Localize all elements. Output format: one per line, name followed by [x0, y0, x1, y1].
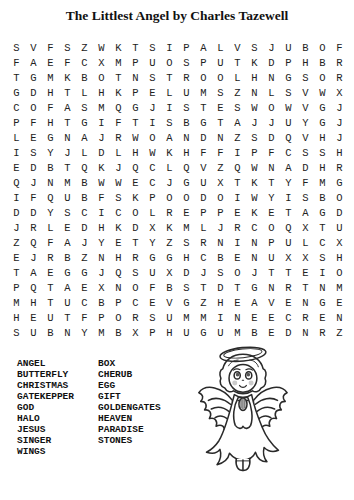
grid-cell-r11c1: I [8, 190, 25, 205]
grid-cell-r13c18: X [297, 220, 314, 235]
grid-cell-r12c2: D [25, 205, 42, 220]
grid-cell-r5c8: G [127, 100, 144, 115]
grid-cell-r1c5: Z [76, 40, 93, 55]
grid-cell-r6c4: T [59, 115, 76, 130]
grid-cell-r16c6: J [93, 265, 110, 280]
grid-cell-r13c17: Q [280, 220, 297, 235]
grid-cell-r14c8: T [127, 235, 144, 250]
grid-cell-r15c9: G [144, 250, 161, 265]
grid-cell-r10c16: T [263, 175, 280, 190]
grid-cell-r5c10: I [161, 100, 178, 115]
grid-cell-r11c11: O [178, 190, 195, 205]
grid-cell-r6c5: G [76, 115, 93, 130]
grid-cell-r18c20: E [331, 295, 348, 310]
grid-cell-r12c18: A [297, 205, 314, 220]
grid-cell-r7c15: S [246, 130, 263, 145]
grid-cell-r19c9: S [144, 310, 161, 325]
grid-cell-r2c15: K [246, 55, 263, 70]
grid-cell-r18c6: B [93, 295, 110, 310]
word-halo: HALO [17, 413, 74, 424]
grid-cell-r14c1: Z [8, 235, 25, 250]
grid-cell-r2c20: R [331, 55, 348, 70]
grid-cell-r10c12: U [195, 175, 212, 190]
grid-cell-r7c16: D [263, 130, 280, 145]
grid-cell-r19c8: R [127, 310, 144, 325]
grid-cell-r3c17: G [280, 70, 297, 85]
grid-cell-r19c18: R [297, 310, 314, 325]
grid-cell-r18c19: G [314, 295, 331, 310]
grid-cell-r3c7: T [110, 70, 127, 85]
grid-cell-r13c9: X [144, 220, 161, 235]
word-singer: SINGER [17, 435, 74, 446]
grid-cell-r3c6: O [93, 70, 110, 85]
grid-cell-r17c4: A [59, 280, 76, 295]
grid-cell-r12c15: K [246, 205, 263, 220]
grid-cell-r5c1: C [8, 100, 25, 115]
grid-cell-r7c9: O [144, 130, 161, 145]
grid-cell-r8c13: F [212, 145, 229, 160]
grid-cell-r18c1: M [8, 295, 25, 310]
grid-cell-r19c19: E [314, 310, 331, 325]
grid-cell-r1c12: A [195, 40, 212, 55]
grid-cell-r2c11: S [178, 55, 195, 70]
grid-cell-r6c3: H [42, 115, 59, 130]
grid-cell-r4c16: L [263, 85, 280, 100]
grid-cell-r6c11: B [178, 115, 195, 130]
grid-cell-r7c12: D [195, 130, 212, 145]
grid-cell-r6c20: J [331, 115, 348, 130]
grid-cell-r14c16: P [263, 235, 280, 250]
grid-cell-r1c9: S [144, 40, 161, 55]
grid-cell-r9c4: T [59, 160, 76, 175]
grid-cell-r8c20: H [331, 145, 348, 160]
grid-cell-r19c16: E [263, 310, 280, 325]
grid-cell-r20c14: M [229, 325, 246, 340]
grid-cell-r20c13: U [212, 325, 229, 340]
grid-cell-r9c20: R [331, 160, 348, 175]
grid-cell-r5c15: W [246, 100, 263, 115]
grid-cell-r3c2: G [25, 70, 42, 85]
grid-cell-r16c1: T [8, 265, 25, 280]
grid-cell-r10c10: J [161, 175, 178, 190]
grid-cell-r20c17: D [280, 325, 297, 340]
grid-cell-r9c10: L [161, 160, 178, 175]
grid-cell-r17c18: T [297, 280, 314, 295]
grid-cell-r13c7: K [110, 220, 127, 235]
grid-cell-r1c10: I [161, 40, 178, 55]
grid-cell-r17c19: N [314, 280, 331, 295]
grid-cell-r7c5: A [76, 130, 93, 145]
grid-cell-r4c4: T [59, 85, 76, 100]
grid-cell-r4c18: V [297, 85, 314, 100]
grid-cell-r5c7: Q [110, 100, 127, 115]
grid-cell-r2c2: A [25, 55, 42, 70]
grid-cell-r15c7: H [110, 250, 127, 265]
grid-cell-r11c13: O [212, 190, 229, 205]
grid-cell-r18c3: T [42, 295, 59, 310]
grid-cell-r15c20: H [331, 250, 348, 265]
grid-cell-r4c11: U [178, 85, 195, 100]
grid-cell-r10c19: M [314, 175, 331, 190]
grid-cell-r13c20: U [331, 220, 348, 235]
grid-cell-r19c5: F [76, 310, 93, 325]
grid-cell-r20c7: B [110, 325, 127, 340]
word-angel: ANGEL [17, 358, 74, 369]
grid-cell-r8c3: Y [42, 145, 59, 160]
grid-cell-r10c7: W [110, 175, 127, 190]
grid-cell-r20c12: G [195, 325, 212, 340]
grid-cell-r7c2: E [25, 130, 42, 145]
word-stones: STONES [98, 435, 161, 446]
grid-cell-r9c8: Q [127, 160, 144, 175]
grid-cell-r10c13: X [212, 175, 229, 190]
grid-cell-r15c12: C [195, 250, 212, 265]
grid-cell-r18c4: U [59, 295, 76, 310]
grid-cell-r12c4: S [59, 205, 76, 220]
grid-cell-r19c13: I [212, 310, 229, 325]
grid-cell-r13c15: C [246, 220, 263, 235]
grid-cell-r6c19: G [314, 115, 331, 130]
grid-cell-r3c8: N [127, 70, 144, 85]
grid-cell-r2c7: M [110, 55, 127, 70]
grid-cell-r11c18: S [297, 190, 314, 205]
grid-cell-r7c1: L [8, 130, 25, 145]
grid-cell-r14c11: S [178, 235, 195, 250]
grid-cell-r12c14: E [229, 205, 246, 220]
grid-cell-r1c2: V [25, 40, 42, 55]
grid-cell-r17c14: T [229, 280, 246, 295]
grid-cell-r14c3: F [42, 235, 59, 250]
grid-cell-r18c5: C [76, 295, 93, 310]
grid-cell-r9c12: V [195, 160, 212, 175]
grid-cell-r17c15: G [246, 280, 263, 295]
grid-cell-r8c1: I [8, 145, 25, 160]
grid-cell-r16c12: J [195, 265, 212, 280]
grid-cell-r3c5: B [76, 70, 93, 85]
grid-cell-r5c20: J [331, 100, 348, 115]
grid-cell-r11c4: U [59, 190, 76, 205]
grid-cell-r20c9: P [144, 325, 161, 340]
grid-cell-r13c11: M [178, 220, 195, 235]
word-box: BOX [98, 358, 161, 369]
grid-cell-r16c14: O [229, 265, 246, 280]
grid-cell-r4c17: S [280, 85, 297, 100]
grid-cell-r10c5: B [76, 175, 93, 190]
grid-cell-r6c17: U [280, 115, 297, 130]
grid-cell-r15c19: S [314, 250, 331, 265]
grid-cell-r14c13: N [212, 235, 229, 250]
grid-cell-r4c12: M [195, 85, 212, 100]
grid-cell-r4c20: X [331, 85, 348, 100]
grid-cell-r16c2: A [25, 265, 42, 280]
grid-cell-r15c18: X [297, 250, 314, 265]
grid-cell-r7c6: J [93, 130, 110, 145]
grid-cell-r18c15: A [246, 295, 263, 310]
grid-cell-r11c5: B [76, 190, 93, 205]
grid-cell-r14c10: Z [161, 235, 178, 250]
grid-cell-r5c11: S [178, 100, 195, 115]
grid-cell-r2c16: D [263, 55, 280, 70]
word-egg: EGG [98, 380, 161, 391]
grid-cell-r15c14: E [229, 250, 246, 265]
grid-cell-r13c1: J [8, 220, 25, 235]
grid-cell-r11c3: Q [42, 190, 59, 205]
grid-cell-r9c17: A [280, 160, 297, 175]
word-jesus: JESUS [17, 424, 74, 435]
grid-cell-r13c4: E [59, 220, 76, 235]
word-wings: WINGS [17, 446, 74, 457]
grid-cell-r12c6: I [93, 205, 110, 220]
grid-cell-r6c16: J [263, 115, 280, 130]
grid-cell-r12c1: D [8, 205, 25, 220]
grid-cell-r19c12: M [195, 310, 212, 325]
grid-cell-r2c14: T [229, 55, 246, 70]
grid-cell-r3c1: T [8, 70, 25, 85]
grid-cell-r5c16: O [263, 100, 280, 115]
grid-cell-r2c18: H [297, 55, 314, 70]
grid-cell-r13c14: R [229, 220, 246, 235]
grid-cell-r20c19: R [314, 325, 331, 340]
grid-cell-r20c8: X [127, 325, 144, 340]
grid-cell-r4c10: L [161, 85, 178, 100]
grid-cell-r14c7: E [110, 235, 127, 250]
grid-cell-r2c13: U [212, 55, 229, 70]
grid-cell-r4c9: E [144, 85, 161, 100]
grid-cell-r11c7: S [110, 190, 127, 205]
grid-cell-r17c9: F [144, 280, 161, 295]
grid-cell-r1c17: U [280, 40, 297, 55]
grid-cell-r16c9: U [144, 265, 161, 280]
grid-cell-r2c3: E [42, 55, 59, 70]
grid-cell-r14c14: I [229, 235, 246, 250]
grid-cell-r16c20: O [331, 265, 348, 280]
grid-cell-r14c15: N [246, 235, 263, 250]
grid-cell-r1c14: V [229, 40, 246, 55]
grid-cell-r2c4: F [59, 55, 76, 70]
grid-cell-r12c17: T [280, 205, 297, 220]
grid-cell-r13c16: O [263, 220, 280, 235]
grid-cell-r6c7: F [110, 115, 127, 130]
grid-cell-r14c18: L [297, 235, 314, 250]
grid-cell-r8c9: W [144, 145, 161, 160]
grid-cell-r9c16: N [263, 160, 280, 175]
grid-cell-r3c16: N [263, 70, 280, 85]
word-gift: GIFT [98, 391, 161, 402]
grid-cell-r15c17: X [280, 250, 297, 265]
grid-cell-r1c11: P [178, 40, 195, 55]
grid-cell-r17c1: P [8, 280, 25, 295]
grid-cell-r5c14: S [229, 100, 246, 115]
grid-cell-r16c17: T [280, 265, 297, 280]
grid-cell-r10c8: E [127, 175, 144, 190]
grid-cell-r9c9: C [144, 160, 161, 175]
grid-cell-r12c3: Y [42, 205, 59, 220]
grid-cell-r20c15: B [246, 325, 263, 340]
grid-cell-r15c15: N [246, 250, 263, 265]
grid-cell-r4c15: N [246, 85, 263, 100]
grid-cell-r10c17: Y [280, 175, 297, 190]
grid-cell-r6c12: G [195, 115, 212, 130]
grid-cell-r8c14: I [229, 145, 246, 160]
grid-cell-r11c19: B [314, 190, 331, 205]
grid-cell-r17c16: N [263, 280, 280, 295]
grid-cell-r10c2: J [25, 175, 42, 190]
grid-cell-r12c7: C [110, 205, 127, 220]
grid-cell-r17c6: X [93, 280, 110, 295]
grid-cell-r10c6: W [93, 175, 110, 190]
grid-cell-r1c3: F [42, 40, 59, 55]
word-search-worksheet: The Littlest Angel by Charles Tazewell S… [0, 0, 354, 500]
grid-cell-r15c10: G [161, 250, 178, 265]
grid-cell-r19c4: T [59, 310, 76, 325]
grid-cell-r19c15: E [246, 310, 263, 325]
grid-cell-r13c6: H [93, 220, 110, 235]
grid-cell-r2c12: P [195, 55, 212, 70]
grid-cell-r17c13: D [212, 280, 229, 295]
word-goldengates: GOLDENGATES [98, 402, 161, 413]
grid-cell-r8c5: L [76, 145, 93, 160]
grid-cell-r17c8: O [127, 280, 144, 295]
grid-cell-r15c13: B [212, 250, 229, 265]
grid-cell-r3c13: O [212, 70, 229, 85]
grid-cell-r6c2: F [25, 115, 42, 130]
grid-cell-r15c4: B [59, 250, 76, 265]
grid-cell-r15c3: R [42, 250, 59, 265]
grid-cell-r6c6: I [93, 115, 110, 130]
grid-cell-r14c17: U [280, 235, 297, 250]
grid-cell-r16c18: E [297, 265, 314, 280]
grid-cell-r10c14: T [229, 175, 246, 190]
grid-cell-r4c7: K [110, 85, 127, 100]
grid-cell-r18c13: H [212, 295, 229, 310]
grid-cell-r5c6: M [93, 100, 110, 115]
grid-cell-r13c5: D [76, 220, 93, 235]
grid-cell-r7c14: Z [229, 130, 246, 145]
grid-cell-r4c8: P [127, 85, 144, 100]
grid-cell-r17c12: T [195, 280, 212, 295]
grid-cell-r4c5: L [76, 85, 93, 100]
grid-cell-r12c13: P [212, 205, 229, 220]
grid-cell-r1c7: K [110, 40, 127, 55]
grid-cell-r16c11: D [178, 265, 195, 280]
grid-cell-r9c14: Q [229, 160, 246, 175]
grid-cell-r17c17: R [280, 280, 297, 295]
word-cherub: CHERUB [98, 369, 161, 380]
grid-cell-r11c9: P [144, 190, 161, 205]
grid-cell-r9c2: D [25, 160, 42, 175]
grid-cell-r12c10: R [161, 205, 178, 220]
grid-cell-r10c4: M [59, 175, 76, 190]
grid-cell-r11c15: W [246, 190, 263, 205]
grid-cell-r14c19: C [314, 235, 331, 250]
grid-cell-r20c1: S [8, 325, 25, 340]
grid-cell-r8c15: P [246, 145, 263, 160]
grid-cell-r20c11: U [178, 325, 195, 340]
grid-cell-r16c7: Q [110, 265, 127, 280]
grid-cell-r20c6: M [93, 325, 110, 340]
grid-cell-r1c20: F [331, 40, 348, 55]
grid-cell-r11c17: I [280, 190, 297, 205]
grid-cell-r7c3: G [42, 130, 59, 145]
grid-cell-r16c5: G [76, 265, 93, 280]
word-list-col1: ANGELBUTTERFLYCHRISTMASGATEKEPPERGODHALO… [17, 358, 74, 457]
grid-cell-r4c14: Z [229, 85, 246, 100]
grid-cell-r17c10: B [161, 280, 178, 295]
grid-cell-r17c5: E [76, 280, 93, 295]
grid-cell-r11c16: Y [263, 190, 280, 205]
grid-cell-r9c3: B [42, 160, 59, 175]
grid-cell-r1c6: W [93, 40, 110, 55]
grid-cell-r7c11: N [178, 130, 195, 145]
grid-cell-r12c9: L [144, 205, 161, 220]
grid-cell-r11c12: D [195, 190, 212, 205]
grid-cell-r13c8: D [127, 220, 144, 235]
grid-cell-r18c14: E [229, 295, 246, 310]
grid-cell-r11c20: O [331, 190, 348, 205]
grid-cell-r14c9: Y [144, 235, 161, 250]
grid-cell-r19c2: E [25, 310, 42, 325]
word-search-grid: SVFSZWKTSIPALVSJUBOFFAEFCXMPUOSPUTKDPHBR… [8, 40, 348, 340]
grid-cell-r5c5: S [76, 100, 93, 115]
angel-illustration [194, 342, 290, 478]
grid-cell-r16c10: X [161, 265, 178, 280]
grid-cell-r8c7: L [110, 145, 127, 160]
puzzle-title: The Littlest Angel by Charles Tazewell [0, 8, 354, 24]
grid-cell-r9c7: J [110, 160, 127, 175]
grid-cell-r12c8: O [127, 205, 144, 220]
grid-cell-r15c8: R [127, 250, 144, 265]
grid-cell-r8c16: F [263, 145, 280, 160]
grid-cell-r6c8: T [127, 115, 144, 130]
grid-cell-r20c18: N [297, 325, 314, 340]
grid-cell-r12c11: E [178, 205, 195, 220]
grid-cell-r12c5: C [76, 205, 93, 220]
grid-cell-r2c9: U [144, 55, 161, 70]
grid-cell-r14c5: J [76, 235, 93, 250]
angel-feet [236, 459, 250, 471]
grid-cell-r8c19: S [314, 145, 331, 160]
grid-cell-r8c11: H [178, 145, 195, 160]
grid-cell-r1c19: O [314, 40, 331, 55]
grid-cell-r2c5: C [76, 55, 93, 70]
grid-cell-r10c3: N [42, 175, 59, 190]
grid-cell-r6c10: S [161, 115, 178, 130]
grid-cell-r15c16: U [263, 250, 280, 265]
grid-cell-r20c16: E [263, 325, 280, 340]
grid-cell-r1c4: S [59, 40, 76, 55]
grid-cell-r3c9: S [144, 70, 161, 85]
grid-cell-r13c3: L [42, 220, 59, 235]
grid-cell-r4c3: H [42, 85, 59, 100]
grid-cell-r20c5: Y [76, 325, 93, 340]
grid-cell-r7c4: N [59, 130, 76, 145]
grid-cell-r6c9: I [144, 115, 161, 130]
grid-cell-r3c18: S [297, 70, 314, 85]
grid-cell-r13c12: L [195, 220, 212, 235]
grid-cell-r20c3: B [42, 325, 59, 340]
grid-cell-r14c4: A [59, 235, 76, 250]
grid-cell-r6c13: T [212, 115, 229, 130]
grid-cell-r7c17: Q [280, 130, 297, 145]
grid-cell-r9c6: K [93, 160, 110, 175]
grid-cell-r10c11: G [178, 175, 195, 190]
grid-cell-r5c2: O [25, 100, 42, 115]
grid-cell-r19c14: N [229, 310, 246, 325]
grid-cell-r1c18: B [297, 40, 314, 55]
grid-cell-r7c7: R [110, 130, 127, 145]
grid-cell-r20c4: N [59, 325, 76, 340]
grid-cell-r15c11: H [178, 250, 195, 265]
